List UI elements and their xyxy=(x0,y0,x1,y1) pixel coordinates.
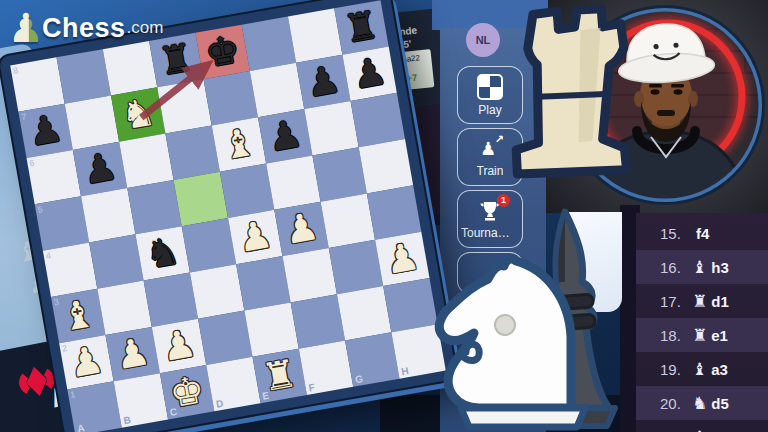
piece-white-P-a2[interactable]: ♟ xyxy=(59,335,113,389)
square-g7[interactable]: ♟ xyxy=(296,55,350,109)
square-g3[interactable] xyxy=(329,240,383,294)
piece-white-B-e6[interactable]: ♝ xyxy=(212,117,266,171)
square-b7[interactable] xyxy=(65,95,119,149)
square-e1[interactable]: E♜ xyxy=(252,349,306,403)
square-g8[interactable] xyxy=(288,8,342,62)
square-a3[interactable]: 3♝ xyxy=(51,289,105,343)
square-d7[interactable] xyxy=(157,79,211,133)
square-b4[interactable] xyxy=(89,234,143,288)
square-c1[interactable]: C♚ xyxy=(160,365,214,419)
piece-white-B-a3[interactable]: ♝ xyxy=(51,289,105,343)
square-f7[interactable] xyxy=(250,63,304,117)
square-g2[interactable] xyxy=(337,286,391,340)
square-e5[interactable] xyxy=(220,164,274,218)
file-label-f: F xyxy=(308,382,316,394)
square-h8[interactable]: ♜ xyxy=(334,0,388,54)
big-knight-bishop-illustration xyxy=(413,208,643,432)
square-e4[interactable]: ♟ xyxy=(228,210,282,264)
move-san: h3 xyxy=(711,259,729,276)
piece-black-P-b6[interactable]: ♟ xyxy=(73,142,127,196)
piece-white-P-e4[interactable]: ♟ xyxy=(228,210,282,264)
rank-label-6: 6 xyxy=(29,158,36,169)
chesscom-tld-text: .com xyxy=(127,18,164,38)
move-piece-icon: ♝ xyxy=(692,427,707,432)
square-f2[interactable] xyxy=(291,294,345,348)
square-g1[interactable]: G xyxy=(345,332,399,386)
square-f3[interactable] xyxy=(282,248,336,302)
piece-black-P-f6[interactable]: ♟ xyxy=(258,109,312,163)
thumbnail-stage: ♝ ♟ e ende litz 5' dvana22 0 +7 ♗ x Play… xyxy=(0,0,768,432)
square-g5[interactable] xyxy=(312,147,366,201)
rank-label-8: 8 xyxy=(12,65,19,76)
move-row-17[interactable]: 17.♜d1 xyxy=(636,284,768,318)
move-number: 20. xyxy=(660,395,692,412)
chesscom-logo[interactable]: ♟♟ Chess .com xyxy=(8,2,163,54)
move-san: d5 xyxy=(711,395,729,412)
move-number: 16. xyxy=(660,259,692,276)
square-d2[interactable] xyxy=(198,311,252,365)
move-san: e6 xyxy=(711,429,728,432)
piece-white-K-c1[interactable]: ♚ xyxy=(160,365,214,419)
square-a6[interactable]: 6 xyxy=(27,150,81,204)
square-e8[interactable]: ♚ xyxy=(195,25,249,79)
piece-white-N-c7[interactable]: ♞ xyxy=(111,87,165,141)
big-rook-illustration xyxy=(489,0,661,203)
square-e2[interactable] xyxy=(244,302,298,356)
piece-white-R-e1[interactable]: ♜ xyxy=(252,349,306,403)
piece-white-P-b2[interactable]: ♟ xyxy=(105,327,159,381)
move-row-16[interactable]: 16.♝h3 xyxy=(636,250,768,284)
rating-delta: +7 xyxy=(406,72,418,84)
square-f4[interactable]: ♟ xyxy=(274,202,328,256)
piece-black-K-e8[interactable]: ♚ xyxy=(195,25,249,79)
move-row-21[interactable]: 21.♝e6 xyxy=(636,420,768,432)
square-b5[interactable] xyxy=(81,188,135,242)
square-a7[interactable]: 7♟ xyxy=(18,104,72,158)
file-label-h: H xyxy=(400,365,409,377)
square-a2[interactable]: 2♟ xyxy=(59,335,113,389)
move-row-15[interactable]: 15.f4 xyxy=(636,216,768,250)
file-label-a: A xyxy=(76,422,85,432)
square-d5[interactable] xyxy=(174,172,228,226)
piece-black-R-h8[interactable]: ♜ xyxy=(334,0,388,54)
square-b8[interactable] xyxy=(56,49,110,103)
chess-board: 8♜♚♜7♟♞♟♟6♟♝♟54♞♟♟3♝♟2♟♟♟A1BC♚DE♜FGH xyxy=(10,0,446,432)
square-b3[interactable] xyxy=(97,281,151,335)
square-f8[interactable] xyxy=(242,17,296,71)
square-f6[interactable]: ♟ xyxy=(258,109,312,163)
square-d6[interactable] xyxy=(165,125,219,179)
piece-black-P-a7[interactable]: ♟ xyxy=(18,104,72,158)
move-number: 21. xyxy=(660,429,692,432)
square-b6[interactable]: ♟ xyxy=(73,142,127,196)
piece-black-P-h7[interactable]: ♟ xyxy=(342,46,396,100)
rank-label-1: 1 xyxy=(69,389,76,400)
square-d3[interactable] xyxy=(190,264,244,318)
square-e7[interactable] xyxy=(204,71,258,125)
square-h5[interactable] xyxy=(359,139,413,193)
square-c2[interactable]: ♟ xyxy=(152,319,206,373)
move-row-18[interactable]: 18.♜e1 xyxy=(636,318,768,352)
square-c5[interactable] xyxy=(127,180,181,234)
square-d1[interactable]: D xyxy=(206,357,260,411)
square-c4[interactable]: ♞ xyxy=(135,226,189,280)
square-g4[interactable] xyxy=(321,194,375,248)
square-a8[interactable]: 8 xyxy=(10,57,64,111)
rank-label-5: 5 xyxy=(37,204,44,215)
file-label-b: B xyxy=(123,414,132,426)
square-a1[interactable]: A1 xyxy=(67,381,121,432)
move-san: e1 xyxy=(711,327,728,344)
square-c7[interactable]: ♞ xyxy=(111,87,165,141)
rank-label-4: 4 xyxy=(45,250,52,261)
square-d4[interactable] xyxy=(182,218,236,272)
square-c6[interactable] xyxy=(119,134,173,188)
square-h7[interactable]: ♟ xyxy=(342,46,396,100)
chess-board-frame: 8♜♚♜7♟♞♟♟6♟♝♟54♞♟♟3♝♟2♟♟♟A1BC♚DE♜FGH xyxy=(0,0,457,432)
square-c3[interactable] xyxy=(144,272,198,326)
square-b2[interactable]: ♟ xyxy=(105,327,159,381)
move-san: a3 xyxy=(711,361,728,378)
piece-black-N-c4[interactable]: ♞ xyxy=(135,226,189,280)
file-label-g: G xyxy=(354,373,364,385)
square-a4[interactable]: 4 xyxy=(43,242,97,296)
square-f1[interactable]: F xyxy=(299,341,353,395)
piece-white-P-f4[interactable]: ♟ xyxy=(274,202,328,256)
move-number: 15. xyxy=(660,225,692,242)
move-piece-icon: ♜ xyxy=(692,291,707,311)
square-g6[interactable] xyxy=(304,101,358,155)
chesscom-pawn-icon: ♟♟ xyxy=(8,3,42,53)
move-row-20[interactable]: 20.♞d5 xyxy=(636,386,768,420)
square-e3[interactable] xyxy=(236,256,290,310)
move-number: 17. xyxy=(660,293,692,310)
move-piece-icon: ♜ xyxy=(692,325,707,345)
move-piece-icon: ♝ xyxy=(692,257,707,277)
square-b1[interactable]: B xyxy=(114,373,168,427)
move-number: 19. xyxy=(660,361,692,378)
chesscom-brand-text: Chess xyxy=(42,13,126,44)
square-h6[interactable] xyxy=(351,93,405,147)
move-san: d1 xyxy=(711,293,729,310)
piece-white-P-c2[interactable]: ♟ xyxy=(152,319,206,373)
square-a5[interactable]: 5 xyxy=(35,196,89,250)
move-san: f4 xyxy=(696,225,709,242)
square-e6[interactable]: ♝ xyxy=(212,117,266,171)
move-row-19[interactable]: 19.♝a3 xyxy=(636,352,768,386)
move-piece-icon: ♞ xyxy=(692,393,707,413)
file-label-d: D xyxy=(215,398,224,410)
move-piece-icon: ♝ xyxy=(692,359,707,379)
move-number: 18. xyxy=(660,327,692,344)
square-f5[interactable] xyxy=(266,155,320,209)
piece-black-P-g7[interactable]: ♟ xyxy=(296,55,350,109)
move-list: 15.f416.♝h317.♜d118.♜e119.♝a320.♞d521.♝e… xyxy=(636,213,768,432)
